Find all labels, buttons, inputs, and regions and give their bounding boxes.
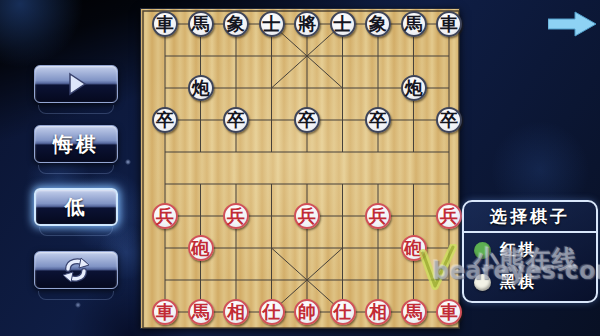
red-piece-相[interactable]: 相 [365,299,391,325]
red-piece-車[interactable]: 車 [152,299,178,325]
red-piece-兵[interactable]: 兵 [152,203,178,229]
option-black-pieces[interactable]: 黑棋 [474,272,536,293]
red-option-label: 红棋 [500,240,536,261]
play-icon [63,71,89,97]
board-grid [141,9,461,330]
black-piece-車[interactable]: 車 [436,11,462,37]
difficulty-button-label: 低 [65,194,88,221]
black-piece-馬[interactable]: 馬 [401,11,427,37]
red-piece-兵[interactable]: 兵 [365,203,391,229]
black-piece-將[interactable]: 將 [294,11,320,37]
difficulty-button[interactable]: 低 [34,188,118,226]
black-option-label: 黑棋 [500,272,536,293]
black-piece-車[interactable]: 車 [152,11,178,37]
game-screen: 車馬象士將士象馬車炮炮卒卒卒卒卒兵兵兵兵兵砲砲車馬相仕帥仕相馬車 悔棋 低 [0,0,600,336]
xiangqi-board[interactable]: 車馬象士將士象馬車炮炮卒卒卒卒卒兵兵兵兵兵砲砲車馬相仕帥仕相馬車 [140,8,460,329]
black-piece-卒[interactable]: 卒 [365,107,391,133]
piece-select-panel: 选择棋子 红棋 黑棋 [462,200,598,303]
red-piece-車[interactable]: 車 [436,299,462,325]
black-piece-馬[interactable]: 馬 [188,11,214,37]
black-piece-炮[interactable]: 炮 [401,75,427,101]
black-piece-炮[interactable]: 炮 [188,75,214,101]
red-piece-兵[interactable]: 兵 [223,203,249,229]
undo-button[interactable]: 悔棋 [34,125,118,163]
red-piece-仕[interactable]: 仕 [330,299,356,325]
next-page-arrow-icon[interactable] [548,11,598,37]
red-piece-相[interactable]: 相 [223,299,249,325]
black-option-dot[interactable] [474,274,491,291]
red-piece-砲[interactable]: 砲 [401,235,427,261]
restart-button[interactable] [34,251,118,289]
red-piece-帥[interactable]: 帥 [294,299,320,325]
black-piece-象[interactable]: 象 [223,11,249,37]
black-piece-卒[interactable]: 卒 [152,107,178,133]
red-piece-兵[interactable]: 兵 [294,203,320,229]
black-piece-象[interactable]: 象 [365,11,391,37]
red-piece-馬[interactable]: 馬 [401,299,427,325]
black-piece-卒[interactable]: 卒 [223,107,249,133]
red-piece-兵[interactable]: 兵 [436,203,462,229]
play-button[interactable] [34,65,118,103]
black-piece-卒[interactable]: 卒 [294,107,320,133]
red-piece-砲[interactable]: 砲 [188,235,214,261]
red-piece-仕[interactable]: 仕 [259,299,285,325]
black-piece-士[interactable]: 士 [259,11,285,37]
undo-button-label: 悔棋 [53,131,99,158]
panel-title: 选择棋子 [464,202,596,233]
black-piece-卒[interactable]: 卒 [436,107,462,133]
black-piece-士[interactable]: 士 [330,11,356,37]
option-red-pieces[interactable]: 红棋 [474,240,536,261]
swap-arrows-icon [61,255,91,285]
red-option-dot[interactable] [474,242,491,259]
red-piece-馬[interactable]: 馬 [188,299,214,325]
